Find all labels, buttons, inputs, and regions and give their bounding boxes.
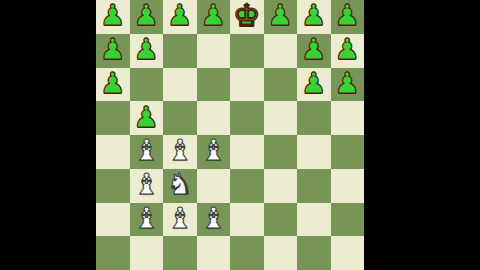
- square-h2[interactable]: [331, 203, 365, 237]
- app-window: ♟♟♟♟♚♟♟♟♟♟♟♟♟♟♟♟♝♝♝♝♞♝♝♝: [0, 0, 480, 270]
- square-c7[interactable]: [163, 34, 197, 68]
- square-g6[interactable]: ♟: [297, 68, 331, 102]
- square-d4[interactable]: ♝: [197, 135, 231, 169]
- square-g1[interactable]: [297, 236, 331, 270]
- square-d7[interactable]: [197, 34, 231, 68]
- green-pawn-b5[interactable]: ♟: [133, 103, 159, 132]
- square-f7[interactable]: [264, 34, 298, 68]
- square-d8[interactable]: ♟: [197, 0, 231, 34]
- square-f4[interactable]: [264, 135, 298, 169]
- square-f6[interactable]: [264, 68, 298, 102]
- square-c4[interactable]: ♝: [163, 135, 197, 169]
- square-c8[interactable]: ♟: [163, 0, 197, 34]
- green-pawn-a7[interactable]: ♟: [100, 35, 126, 64]
- square-f3[interactable]: [264, 169, 298, 203]
- square-e4[interactable]: [230, 135, 264, 169]
- green-pawn-f8[interactable]: ♟: [267, 1, 293, 30]
- white-bishop-d4[interactable]: ♝: [200, 136, 226, 165]
- square-d3[interactable]: [197, 169, 231, 203]
- square-h8[interactable]: ♟: [331, 0, 365, 34]
- green-pawn-b8[interactable]: ♟: [133, 1, 159, 30]
- white-bishop-b2[interactable]: ♝: [133, 204, 159, 233]
- square-g3[interactable]: [297, 169, 331, 203]
- green-pawn-d8[interactable]: ♟: [200, 1, 226, 30]
- square-c1[interactable]: [163, 236, 197, 270]
- white-bishop-c4[interactable]: ♝: [167, 136, 193, 165]
- square-e5[interactable]: [230, 101, 264, 135]
- white-bishop-c2[interactable]: ♝: [167, 204, 193, 233]
- green-pawn-g7[interactable]: ♟: [301, 35, 327, 64]
- square-a4[interactable]: [96, 135, 130, 169]
- green-pawn-h7[interactable]: ♟: [334, 35, 360, 64]
- square-h1[interactable]: [331, 236, 365, 270]
- square-g5[interactable]: [297, 101, 331, 135]
- letterbox-right: [364, 0, 480, 270]
- square-e1[interactable]: [230, 236, 264, 270]
- green-pawn-g6[interactable]: ♟: [301, 69, 327, 98]
- square-b7[interactable]: ♟: [130, 34, 164, 68]
- square-g8[interactable]: ♟: [297, 0, 331, 34]
- square-e3[interactable]: [230, 169, 264, 203]
- white-knight-c3[interactable]: ♞: [167, 170, 193, 199]
- square-e6[interactable]: [230, 68, 264, 102]
- square-a3[interactable]: [96, 169, 130, 203]
- square-f1[interactable]: [264, 236, 298, 270]
- square-g7[interactable]: ♟: [297, 34, 331, 68]
- square-h3[interactable]: [331, 169, 365, 203]
- letterbox-left: [0, 0, 96, 270]
- square-a7[interactable]: ♟: [96, 34, 130, 68]
- square-c6[interactable]: [163, 68, 197, 102]
- square-g2[interactable]: [297, 203, 331, 237]
- square-f2[interactable]: [264, 203, 298, 237]
- green-pawn-g8[interactable]: ♟: [301, 1, 327, 30]
- square-d1[interactable]: [197, 236, 231, 270]
- green-pawn-h6[interactable]: ♟: [334, 69, 360, 98]
- square-d2[interactable]: ♝: [197, 203, 231, 237]
- square-a6[interactable]: ♟: [96, 68, 130, 102]
- square-f8[interactable]: ♟: [264, 0, 298, 34]
- white-bishop-b4[interactable]: ♝: [133, 136, 159, 165]
- square-a8[interactable]: ♟: [96, 0, 130, 34]
- square-b1[interactable]: [130, 236, 164, 270]
- square-c5[interactable]: [163, 101, 197, 135]
- square-d6[interactable]: [197, 68, 231, 102]
- square-b2[interactable]: ♝: [130, 203, 164, 237]
- square-a1[interactable]: [96, 236, 130, 270]
- square-h6[interactable]: ♟: [331, 68, 365, 102]
- square-h7[interactable]: ♟: [331, 34, 365, 68]
- square-h5[interactable]: [331, 101, 365, 135]
- square-d5[interactable]: [197, 101, 231, 135]
- green-pawn-a6[interactable]: ♟: [100, 69, 126, 98]
- green-pawn-b7[interactable]: ♟: [133, 35, 159, 64]
- square-c2[interactable]: ♝: [163, 203, 197, 237]
- square-b8[interactable]: ♟: [130, 0, 164, 34]
- green-king-e8[interactable]: ♚: [233, 0, 261, 31]
- square-f5[interactable]: [264, 101, 298, 135]
- green-pawn-c8[interactable]: ♟: [167, 1, 193, 30]
- square-e8[interactable]: ♚: [230, 0, 264, 34]
- square-h4[interactable]: [331, 135, 365, 169]
- square-e2[interactable]: [230, 203, 264, 237]
- green-pawn-a8[interactable]: ♟: [100, 1, 126, 30]
- square-b5[interactable]: ♟: [130, 101, 164, 135]
- square-c3[interactable]: ♞: [163, 169, 197, 203]
- square-a5[interactable]: [96, 101, 130, 135]
- square-a2[interactable]: [96, 203, 130, 237]
- square-g4[interactable]: [297, 135, 331, 169]
- green-pawn-h8[interactable]: ♟: [334, 1, 360, 30]
- white-bishop-d2[interactable]: ♝: [200, 204, 226, 233]
- square-b3[interactable]: ♝: [130, 169, 164, 203]
- square-e7[interactable]: [230, 34, 264, 68]
- chess-board: ♟♟♟♟♚♟♟♟♟♟♟♟♟♟♟♟♝♝♝♝♞♝♝♝: [96, 0, 364, 270]
- square-b6[interactable]: [130, 68, 164, 102]
- white-bishop-b3[interactable]: ♝: [133, 170, 159, 199]
- square-b4[interactable]: ♝: [130, 135, 164, 169]
